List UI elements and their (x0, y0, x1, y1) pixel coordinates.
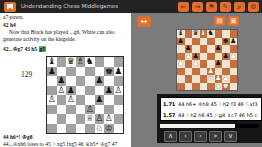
white-piece[interactable]: ♟ (185, 53, 191, 61)
square-e8: ♞ (85, 57, 95, 67)
square-a7: ♟ (47, 67, 57, 77)
square-f2: ♙ (95, 114, 105, 124)
square-b6[interactable]: ♟ (185, 45, 193, 53)
black-piece: ♟ (67, 86, 75, 96)
black-piece[interactable]: ♟ (193, 53, 199, 61)
black-piece: ♚ (105, 67, 113, 77)
square-b8 (57, 57, 67, 67)
square-g8 (104, 57, 114, 67)
square-d4[interactable] (200, 60, 208, 68)
main-chess-board[interactable]: ♝♛♝♞♟♚♟♟♟♟♟♟♟♟♟♟♟♛♟♟♞♚ (176, 29, 238, 91)
engine-eval-2: 1.57 (161, 112, 178, 118)
square-c1 (66, 124, 76, 134)
square-e3[interactable]: ♟ (207, 68, 215, 76)
square-d3 (76, 105, 86, 115)
square-c5[interactable]: ♟ (192, 53, 200, 61)
black-piece[interactable]: ♛ (193, 30, 199, 38)
square-a5 (47, 86, 57, 96)
square-g1: ♔ (104, 124, 114, 134)
square-b7[interactable] (185, 38, 193, 46)
white-piece[interactable]: ♟ (193, 60, 199, 68)
resize-board-button[interactable]: ↔ (137, 16, 151, 27)
square-c6 (66, 76, 76, 86)
white-piece: ♙ (95, 114, 103, 124)
square-d8[interactable]: ♝ (200, 30, 208, 38)
white-piece: ♘ (95, 124, 103, 134)
black-piece[interactable]: ♟ (215, 45, 221, 53)
square-a8[interactable]: ♝ (177, 30, 185, 38)
square-h2 (114, 114, 124, 124)
nav-up-button[interactable]: ∧ (164, 131, 177, 142)
nav-prev-move-button[interactable]: ‹ (179, 131, 192, 142)
square-a5[interactable] (177, 53, 185, 61)
settings-icon[interactable]: ⚙ (248, 2, 259, 12)
square-a7[interactable]: ♟ (177, 38, 185, 46)
square-g3[interactable] (222, 68, 230, 76)
black-piece[interactable]: ♝ (178, 30, 184, 38)
white-piece: ♗ (76, 57, 84, 67)
black-piece[interactable]: ♚ (223, 38, 229, 46)
black-piece[interactable]: ♟ (185, 45, 191, 53)
square-h8[interactable] (230, 30, 238, 38)
square-b2 (57, 114, 67, 124)
square-e7[interactable] (207, 38, 215, 46)
square-c4: ♙ (66, 95, 76, 105)
square-h6[interactable] (230, 45, 238, 53)
square-b7 (57, 67, 67, 77)
square-c8[interactable]: ♛ (192, 30, 200, 38)
square-e1 (85, 124, 95, 134)
board-icon[interactable]: ▣ (228, 16, 239, 26)
square-d2[interactable] (200, 75, 208, 83)
square-c1[interactable] (192, 83, 200, 91)
square-b2[interactable] (185, 75, 193, 83)
black-piece[interactable]: ♟ (230, 38, 236, 46)
square-h4[interactable] (230, 60, 238, 68)
square-a3 (47, 105, 57, 115)
black-piece: ♟ (48, 67, 56, 77)
square-a4[interactable]: ♟ (177, 60, 185, 68)
square-a3[interactable] (177, 68, 185, 76)
square-f3 (95, 105, 105, 115)
bookmark-icon[interactable]: ⚑ (206, 2, 217, 12)
square-e8[interactable]: ♞ (207, 30, 215, 38)
square-g8[interactable] (222, 30, 230, 38)
square-d7 (76, 67, 86, 77)
square-a8: ♝ (47, 57, 57, 67)
square-f5[interactable] (215, 53, 223, 61)
square-a1 (47, 124, 57, 134)
square-d6[interactable] (200, 45, 208, 53)
square-g6 (104, 76, 114, 86)
square-g5[interactable]: ♟ (222, 53, 230, 61)
forward-icon[interactable]: → (192, 2, 203, 12)
square-a2 (47, 114, 57, 124)
progress-fill (160, 124, 235, 128)
square-g3 (104, 105, 114, 115)
black-piece[interactable]: ♟ (223, 53, 229, 61)
square-h6 (114, 76, 124, 86)
square-b4 (57, 95, 67, 105)
white-piece: ♕ (86, 114, 94, 124)
square-f6: ♟ (95, 76, 105, 86)
square-f8 (95, 57, 105, 67)
square-b5: ♙ (57, 86, 67, 96)
square-e1[interactable] (207, 83, 215, 91)
square-h5: ♙ (114, 86, 124, 96)
square-f2[interactable]: ♟ (215, 75, 223, 83)
square-f4[interactable]: ♟ (215, 60, 223, 68)
move-heading-42[interactable]: 42 h4 (3, 22, 16, 28)
square-g5: ♟ (104, 86, 114, 96)
square-g7: ♚ (104, 67, 114, 77)
white-piece: ♙ (57, 86, 65, 96)
square-a1[interactable] (177, 83, 185, 91)
square-f5 (95, 86, 105, 96)
square-e2[interactable]: ♛ (207, 75, 215, 83)
white-piece[interactable]: ♟ (215, 75, 221, 83)
black-piece: ♟ (57, 76, 65, 86)
book-title: Understanding Chess Middlegames (21, 3, 118, 9)
square-g4 (104, 95, 114, 105)
white-piece: ♙ (48, 95, 56, 105)
engine-analysis-box[interactable]: 1.71 44 h6+ ♔h8 45 ♘h2 f3 46 ♘xf3 1.57 4… (160, 97, 262, 121)
square-h3 (114, 105, 124, 115)
square-c7 (66, 67, 76, 77)
square-d1[interactable] (200, 83, 208, 91)
square-b1[interactable] (185, 83, 193, 91)
engine-line-1[interactable]: 1.71 44 h6+ ♔h8 45 ♘h2 f3 46 ♘xf3 (161, 98, 261, 109)
square-d1 (76, 124, 86, 134)
square-d5[interactable] (200, 53, 208, 61)
square-g2[interactable]: ♟ (222, 75, 230, 83)
white-piece[interactable]: ♞ (215, 83, 221, 91)
white-piece: ♙ (67, 95, 75, 105)
square-b6: ♟ (57, 76, 67, 86)
white-piece[interactable]: ♟ (230, 53, 236, 61)
square-a4: ♙ (47, 95, 57, 105)
square-h7[interactable]: ♟ (230, 38, 238, 46)
square-h4 (114, 95, 124, 105)
white-piece[interactable]: ♛ (208, 75, 214, 83)
black-piece: ♞ (86, 57, 94, 67)
annotate-icon[interactable]: ✎ (220, 2, 231, 12)
black-piece[interactable]: ♟ (178, 38, 184, 46)
square-c2 (66, 114, 76, 124)
search-icon[interactable]: ⌕ (234, 2, 245, 12)
engine-moves-2[interactable]: 44 ♘h2 h6 45 ♘g4 ♗c7 46 h5 c (178, 112, 257, 118)
square-e6[interactable] (207, 45, 215, 53)
square-b4[interactable] (185, 60, 193, 68)
square-h2[interactable] (230, 75, 238, 83)
square-e5[interactable] (207, 53, 215, 61)
nav-fast-forward-button[interactable]: » (209, 131, 222, 142)
square-c3[interactable] (192, 68, 200, 76)
white-piece[interactable]: ♟ (223, 75, 229, 83)
square-f1: ♘ (95, 124, 105, 134)
white-piece[interactable]: ♟ (208, 68, 214, 76)
square-e5 (85, 86, 95, 96)
black-piece[interactable]: ♞ (208, 30, 214, 38)
white-piece[interactable]: ♝ (200, 30, 206, 38)
engine-eval-1: 1.71 (161, 101, 178, 107)
square-b8[interactable] (185, 30, 193, 38)
diagram-number: 129 (21, 70, 32, 79)
square-c2[interactable] (192, 75, 200, 83)
app-logo-icon[interactable] (4, 2, 16, 12)
black-piece: ♛ (67, 57, 75, 67)
square-a6 (47, 76, 57, 86)
square-d8: ♗ (76, 57, 86, 67)
square-d7[interactable] (200, 38, 208, 46)
square-e2: ♕ (85, 114, 95, 124)
square-g2: ♙ (104, 114, 114, 124)
engine-line-2[interactable]: 1.57 44 ♘h2 h6 45 ♘g4 ♗c7 46 h5 c (161, 109, 261, 120)
square-b5[interactable]: ♟ (185, 53, 193, 61)
square-b3[interactable] (185, 68, 193, 76)
white-piece: ♙ (86, 105, 94, 115)
printed-diagram-board: ♝♛♗♞♟♚♟♟♟♙♟♟♙♙♙♟♙♕♙♙♘♔ (46, 56, 124, 134)
square-c7[interactable] (192, 38, 200, 46)
square-h5[interactable]: ♟ (230, 53, 238, 61)
white-piece[interactable]: ♟ (178, 60, 184, 68)
square-h8 (114, 57, 124, 67)
top-bar: Understanding Chess Middlegames ← → ⚑ ✎ … (0, 0, 262, 13)
square-e6 (85, 76, 95, 86)
square-h7: ♟ (114, 67, 124, 77)
square-g4[interactable] (222, 60, 230, 68)
square-f1[interactable]: ♞ (215, 83, 223, 91)
square-a6[interactable] (177, 45, 185, 53)
white-piece: ♙ (114, 86, 122, 96)
square-d3[interactable] (200, 68, 208, 76)
variation-note: 44...♔xh6 loses to 45 ♘xg5 fxg5 46 ♕h5+ … (3, 141, 117, 147)
moves-prefix[interactable]: 42...♔g7 43 h5 (3, 46, 39, 52)
square-e3: ♙ (85, 105, 95, 115)
square-f6[interactable]: ♟ (215, 45, 223, 53)
book-progress-bar[interactable] (160, 124, 259, 128)
nav-next-move-button[interactable]: › (194, 131, 207, 142)
nav-down-button[interactable]: ∨ (224, 131, 237, 142)
square-b3 (57, 105, 67, 115)
square-d5 (76, 86, 86, 96)
square-c5: ♟ (66, 86, 76, 96)
square-f7[interactable] (215, 38, 223, 46)
current-move-highlight[interactable]: g5 (39, 46, 47, 52)
square-h3[interactable] (230, 68, 238, 76)
black-piece[interactable]: ♟ (215, 60, 221, 68)
document-icon[interactable]: ▤ (214, 16, 225, 26)
black-piece: ♟ (95, 76, 103, 86)
commentary-paragraph: Now that Black has played ...g6, White c… (3, 29, 129, 42)
square-e4[interactable] (207, 60, 215, 68)
square-h1[interactable] (230, 83, 238, 91)
square-f3[interactable] (215, 68, 223, 76)
square-c4[interactable]: ♟ (192, 60, 200, 68)
square-c8: ♛ (66, 57, 76, 67)
square-c3 (66, 105, 76, 115)
black-piece: ♟ (105, 86, 113, 96)
white-piece[interactable]: ♚ (223, 83, 229, 91)
moves-line-42-43[interactable]: 42...♔g7 43 h5 g5 (3, 46, 46, 52)
square-h1 (114, 124, 124, 134)
black-piece: ♟ (95, 95, 103, 105)
square-g7[interactable]: ♚ (222, 38, 230, 46)
white-piece: ♔ (105, 124, 113, 134)
square-f8[interactable] (215, 30, 223, 38)
square-c6[interactable] (192, 45, 200, 53)
square-e7 (85, 67, 95, 77)
engine-moves-1[interactable]: 44 h6+ ♔h8 45 ♘h2 f3 46 ♘xf3 (178, 101, 258, 107)
square-d4 (76, 95, 86, 105)
square-d2 (76, 114, 86, 124)
square-b1 (57, 124, 67, 134)
white-piece: ♙ (105, 114, 113, 124)
square-f4: ♟ (95, 95, 105, 105)
black-piece: ♝ (48, 57, 56, 67)
square-f7 (95, 67, 105, 77)
square-d6 (76, 76, 86, 86)
move-line-44[interactable]: 44 h6+! ♔g8 (3, 134, 32, 140)
square-g1[interactable]: ♚ (222, 83, 230, 91)
back-icon[interactable]: ← (178, 2, 189, 12)
book-page: a7-pawn. 42 h4 Now that Black has played… (0, 13, 131, 147)
square-g6[interactable] (222, 45, 230, 53)
page-text-fragment: a7-pawn. (3, 14, 23, 20)
square-e4 (85, 95, 95, 105)
black-piece: ♟ (114, 67, 122, 77)
square-a2[interactable] (177, 75, 185, 83)
